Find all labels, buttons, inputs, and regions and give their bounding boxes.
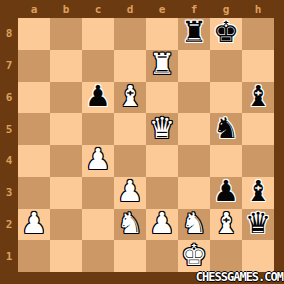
square-c1 — [82, 240, 114, 272]
square-e4 — [146, 145, 178, 177]
rank-label-8: 8 — [0, 18, 18, 50]
square-b3 — [50, 177, 82, 209]
black-queen-icon: ♛ — [245, 209, 271, 238]
square-b7 — [50, 50, 82, 82]
square-d6: ♝ — [114, 82, 146, 114]
square-g7 — [210, 50, 242, 82]
black-bishop-icon: ♝ — [245, 82, 271, 111]
square-f1: ♚ — [178, 240, 210, 272]
rank-label-5: 5 — [0, 113, 18, 145]
square-g4 — [210, 145, 242, 177]
square-d5 — [114, 113, 146, 145]
black-rook-icon: ♜ — [181, 18, 207, 47]
chess-board: ♜♚♜♟♝♝♛♞♟♟♟♝♟♞♟♞♝♛♚ — [18, 18, 274, 272]
square-c8 — [82, 18, 114, 50]
chess-diagram: abcdefgh 87654321 ♜♚♜♟♝♝♛♞♟♟♟♝♟♞♟♞♝♛♚ CH… — [0, 0, 284, 284]
square-d3: ♟ — [114, 177, 146, 209]
square-g1 — [210, 240, 242, 272]
file-label-g: g — [210, 0, 242, 18]
square-d4 — [114, 145, 146, 177]
square-g6 — [210, 82, 242, 114]
square-g5: ♞ — [210, 113, 242, 145]
square-a7 — [18, 50, 50, 82]
white-knight-icon: ♞ — [181, 209, 207, 238]
square-e3 — [146, 177, 178, 209]
square-f5 — [178, 113, 210, 145]
white-rook-icon: ♜ — [149, 50, 175, 79]
square-b6 — [50, 82, 82, 114]
square-f8: ♜ — [178, 18, 210, 50]
watermark: CHESSGAMES.COM — [196, 270, 283, 284]
square-e7: ♜ — [146, 50, 178, 82]
square-a6 — [18, 82, 50, 114]
white-pawn-icon: ♟ — [85, 145, 111, 174]
square-d1 — [114, 240, 146, 272]
black-knight-icon: ♞ — [213, 114, 239, 143]
square-a8 — [18, 18, 50, 50]
file-label-h: h — [242, 0, 274, 18]
white-knight-icon: ♞ — [117, 209, 143, 238]
square-a3 — [18, 177, 50, 209]
white-king-icon: ♚ — [181, 241, 207, 270]
square-g2: ♝ — [210, 209, 242, 241]
file-label-c: c — [82, 0, 114, 18]
square-c5 — [82, 113, 114, 145]
square-e1 — [146, 240, 178, 272]
file-label-f: f — [178, 0, 210, 18]
square-f3 — [178, 177, 210, 209]
square-c6: ♟ — [82, 82, 114, 114]
file-label-a: a — [18, 0, 50, 18]
square-h7 — [242, 50, 274, 82]
square-h3: ♝ — [242, 177, 274, 209]
square-a4 — [18, 145, 50, 177]
square-c3 — [82, 177, 114, 209]
square-a1 — [18, 240, 50, 272]
square-e8 — [146, 18, 178, 50]
square-d8 — [114, 18, 146, 50]
white-pawn-icon: ♟ — [117, 177, 143, 206]
square-b4 — [50, 145, 82, 177]
square-d2: ♞ — [114, 209, 146, 241]
square-a2: ♟ — [18, 209, 50, 241]
square-c2 — [82, 209, 114, 241]
rank-label-2: 2 — [0, 209, 18, 241]
square-h2: ♛ — [242, 209, 274, 241]
square-d7 — [114, 50, 146, 82]
black-pawn-icon: ♟ — [213, 177, 239, 206]
square-b2 — [50, 209, 82, 241]
black-bishop-icon: ♝ — [245, 177, 271, 206]
rank-label-4: 4 — [0, 145, 18, 177]
square-e5: ♛ — [146, 113, 178, 145]
white-pawn-icon: ♟ — [149, 209, 175, 238]
square-h4 — [242, 145, 274, 177]
file-labels: abcdefgh — [18, 0, 274, 18]
white-bishop-icon: ♝ — [117, 82, 143, 111]
square-f2: ♞ — [178, 209, 210, 241]
white-bishop-icon: ♝ — [213, 209, 239, 238]
rank-label-6: 6 — [0, 82, 18, 114]
square-b5 — [50, 113, 82, 145]
file-label-b: b — [50, 0, 82, 18]
square-f7 — [178, 50, 210, 82]
white-queen-icon: ♛ — [149, 114, 175, 143]
square-h8 — [242, 18, 274, 50]
square-c7 — [82, 50, 114, 82]
square-g8: ♚ — [210, 18, 242, 50]
square-h1 — [242, 240, 274, 272]
square-h6: ♝ — [242, 82, 274, 114]
black-king-icon: ♚ — [213, 18, 239, 47]
square-e6 — [146, 82, 178, 114]
rank-labels: 87654321 — [0, 18, 18, 272]
square-a5 — [18, 113, 50, 145]
square-h5 — [242, 113, 274, 145]
rank-label-3: 3 — [0, 177, 18, 209]
rank-label-1: 1 — [0, 240, 18, 272]
square-f6 — [178, 82, 210, 114]
square-g3: ♟ — [210, 177, 242, 209]
black-pawn-icon: ♟ — [85, 82, 111, 111]
square-c4: ♟ — [82, 145, 114, 177]
white-pawn-icon: ♟ — [21, 209, 47, 238]
file-label-e: e — [146, 0, 178, 18]
square-b1 — [50, 240, 82, 272]
rank-label-7: 7 — [0, 50, 18, 82]
square-f4 — [178, 145, 210, 177]
square-b8 — [50, 18, 82, 50]
square-e2: ♟ — [146, 209, 178, 241]
file-label-d: d — [114, 0, 146, 18]
